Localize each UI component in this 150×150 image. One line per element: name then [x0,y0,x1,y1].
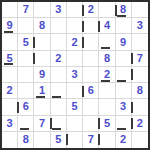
cell-r4c7[interactable]: 8 [99,51,115,67]
cell-r3c9[interactable] [132,34,148,50]
cell-r5c2[interactable] [18,67,34,83]
cell-r5c5[interactable]: 3 [67,67,83,83]
cell-r8c3[interactable]: 7 [34,116,50,132]
given-digit: 8 [39,20,45,31]
consecutive-marker-vbar [131,69,133,80]
given-digit: 8 [137,85,143,96]
given-digit: 7 [137,53,143,64]
cell-r2c3[interactable]: 8 [34,18,50,34]
given-digit: 5 [104,118,110,129]
cell-r9c5[interactable] [67,132,83,148]
consecutive-marker-vbar [82,37,84,48]
cell-r4c3[interactable] [34,51,50,67]
cell-r1c1[interactable] [2,2,18,18]
cell-r7c8[interactable]: 3 [116,99,132,115]
cell-r6c5[interactable] [67,83,83,99]
given-digit: 3 [71,69,77,80]
given-digit: 5 [23,37,29,48]
consecutive-marker-vbar [131,118,133,129]
consecutive-marker-hbar [52,128,61,130]
consecutive-marker-vbar [98,21,100,32]
given-digit: 2 [7,85,13,96]
cell-r4c5[interactable] [67,51,83,67]
consecutive-marker-vbar [131,53,133,64]
given-digit: 8 [120,4,126,15]
cell-r1c7[interactable] [99,2,115,18]
cell-r7c7[interactable] [99,99,115,115]
cell-r1c3[interactable] [34,2,50,18]
consecutive-marker-vbar [82,86,84,97]
cell-r5c1[interactable] [2,67,18,83]
cell-r3c5[interactable]: 2 [67,34,83,50]
consecutive-marker-hbar [117,15,126,17]
given-digit: 6 [23,101,29,112]
consecutive-marker-hbar [36,96,45,98]
cell-r2c4[interactable] [51,18,67,34]
cell-r7c3[interactable] [34,99,50,115]
cell-r5c4[interactable] [51,67,67,83]
cell-r5c3[interactable]: 9 [34,67,50,83]
cell-r9c4[interactable]: 5 [51,132,67,148]
consecutive-marker-vbar [131,102,133,113]
cell-r6c8[interactable] [116,83,132,99]
cell-r9c8[interactable]: 2 [116,132,132,148]
given-digit: 3 [120,101,126,112]
consecutive-marker-hbar [20,128,29,130]
cell-r4c8[interactable] [116,51,132,67]
cell-r6c2[interactable] [18,83,34,99]
consecutive-marker-hbar [101,47,110,49]
cell-r6c1[interactable]: 2 [2,83,18,99]
consecutive-marker-vbar [33,53,35,64]
cell-r4c6[interactable] [83,51,99,67]
cell-r9c7[interactable] [99,132,115,148]
cell-r6c7[interactable] [99,83,115,99]
cell-r2c5[interactable] [67,18,83,34]
given-digit: 5 [71,101,77,112]
given-digit: 6 [88,85,94,96]
cell-r2c8[interactable] [116,18,132,34]
consecutive-marker-hbar [101,80,110,82]
cell-r7c2[interactable]: 6 [18,99,34,115]
consecutive-marker-vbar [98,134,100,145]
given-digit: 2 [104,69,110,80]
consecutive-marker-vbar [17,102,19,113]
cell-r3c6[interactable] [83,34,99,50]
given-digit: 5 [55,134,61,145]
cell-r5c9[interactable] [132,67,148,83]
cell-r3c2[interactable]: 5 [18,34,34,50]
consecutive-marker-vbar [82,21,84,32]
given-digit: 9 [120,37,126,48]
given-digit: 2 [88,4,94,15]
cell-r1c2[interactable]: 7 [18,2,34,18]
cell-r9c1[interactable] [2,132,18,148]
cell-r4c4[interactable]: 2 [51,51,67,67]
consecutive-marker-vbar [33,37,35,48]
given-digit: 4 [104,20,110,31]
given-digit: 5 [7,53,13,64]
cell-r8c1[interactable]: 3 [2,116,18,132]
cell-r7c6[interactable] [83,99,99,115]
given-digit: 3 [137,20,143,31]
consecutive-marker-hbar [52,96,61,98]
cell-r7c4[interactable] [51,99,67,115]
consecutive-marker-hbar [117,80,126,82]
cell-r3c4[interactable] [51,34,67,50]
cell-r3c3[interactable] [34,34,50,50]
cell-r7c1[interactable] [2,99,18,115]
sudoku-grid: 732898435295287932216865337528572 [2,2,148,148]
cell-r5c6[interactable] [83,67,99,83]
given-digit: 1 [39,85,45,96]
consecutive-marker-hbar [117,128,126,130]
cell-r9c6[interactable]: 7 [83,132,99,148]
given-digit: 2 [71,37,77,48]
consecutive-marker-hbar [4,31,13,33]
cell-r3c1[interactable] [2,34,18,50]
given-digit: 7 [39,118,45,129]
given-digit: 7 [88,134,94,145]
cell-r1c9[interactable] [132,2,148,18]
consecutive-marker-vbar [82,5,84,16]
cell-r2c2[interactable] [18,18,34,34]
cell-r4c9[interactable]: 7 [132,51,148,67]
cell-r4c2[interactable] [18,51,34,67]
given-digit: 8 [23,134,29,145]
given-digit: 3 [55,4,61,15]
given-digit: 2 [137,118,143,129]
given-digit: 8 [104,53,110,64]
given-digit: 3 [7,118,13,129]
cell-r1c6[interactable]: 2 [83,2,99,18]
given-digit: 9 [7,20,13,31]
given-digit: 2 [55,53,61,64]
cell-r2c7[interactable]: 4 [99,18,115,34]
cell-r9c9[interactable] [132,132,148,148]
cell-r6c9[interactable]: 8 [132,83,148,99]
cell-r2c6[interactable] [83,18,99,34]
cell-r6c6[interactable]: 6 [83,83,99,99]
cell-r9c3[interactable] [34,132,50,148]
cell-r1c4[interactable]: 3 [51,2,67,18]
cell-r7c5[interactable]: 5 [67,99,83,115]
cell-r8c7[interactable]: 5 [99,116,115,132]
sudoku-board: 732898435295287932216865337528572 [0,0,150,150]
cell-r2c9[interactable]: 3 [132,18,148,34]
given-digit: 7 [23,4,29,15]
consecutive-marker-vbar [66,134,68,145]
consecutive-marker-hbar [4,63,13,65]
consecutive-marker-vbar [98,118,100,129]
given-digit: 2 [120,134,126,145]
cell-r8c6[interactable] [83,116,99,132]
cell-r7c9[interactable] [132,99,148,115]
cell-r9c2[interactable]: 8 [18,132,34,148]
cell-r8c9[interactable]: 2 [132,116,148,132]
given-digit: 9 [39,69,45,80]
cell-r1c5[interactable] [67,2,83,18]
cell-r8c5[interactable] [67,116,83,132]
cell-r3c8[interactable]: 9 [116,34,132,50]
